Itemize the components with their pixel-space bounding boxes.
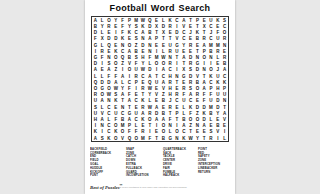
footer-tagline: 1000s of free printables to help make ki… [115, 186, 233, 189]
grid-cell: G [167, 135, 174, 141]
grid-cell: N [174, 135, 181, 141]
word-list-item: RETURN [198, 170, 220, 174]
word-column: POINTREDSAFETYZONEINTERCEPTIONLINEBACKER… [198, 147, 220, 174]
page-title: Football Word Search [85, 3, 235, 13]
grid-cell: V [119, 135, 126, 141]
grid-cell: L [221, 135, 228, 141]
grid-cell: R [208, 135, 215, 141]
grid-cell: K [180, 135, 187, 141]
footer: Best of Puzzles™ 1000s of free printable… [85, 183, 235, 194]
word-column: QUARTERBACKSACKTACKLECENTERDRIVEFAIRFUMB… [163, 147, 186, 177]
word-list: BACKFIELDCORNERBACKENDFIELDGOALHUDDLEKIC… [89, 147, 235, 181]
word-search-page: Football Word Search ALOYFPMWQELKCATPEUK… [85, 0, 235, 194]
grid-cell: M [140, 135, 147, 141]
grid-cell: O [112, 135, 119, 141]
grid-cell: A [92, 135, 99, 141]
word-list-item: INCOMPLETION [126, 174, 149, 178]
word-list-item: HALFBACK [163, 174, 186, 178]
word-list-item: PUNT [90, 174, 111, 178]
grid-cell: T [153, 135, 160, 141]
grid-cell: K [106, 135, 113, 141]
grid-cell: S [99, 135, 106, 141]
word-column: SNAPZONECATCHDOWNEXTRAFULLBACKGUARDINCOM… [126, 147, 149, 177]
grid-cell: B [160, 135, 167, 141]
letter-grid-inner: ALOYFPMWQELKCATPEUKSBYREFYSKDXDRIVETXCEC… [92, 17, 228, 141]
letter-grid: ALOYFPMWQELKCATPEUKSBYREFYSKDXDRIVETXCEC… [91, 16, 229, 142]
grid-cell: T [201, 135, 208, 141]
word-list-inner: BACKFIELDCORNERBACKENDFIELDGOALHUDDLEKIC… [89, 147, 235, 181]
grid-cell: F [146, 135, 153, 141]
grid-cell: W [187, 135, 194, 141]
grid-cell: Q [126, 135, 133, 141]
grid-cell: I [214, 135, 221, 141]
word-column: BACKFIELDCORNERBACKENDFIELDGOALHUDDLEKIC… [90, 147, 111, 177]
grid-cell: Y [194, 135, 201, 141]
footer-tagline-wrap: 1000s of free printables to help make ki… [115, 186, 233, 192]
grid-cell: O [133, 135, 140, 141]
